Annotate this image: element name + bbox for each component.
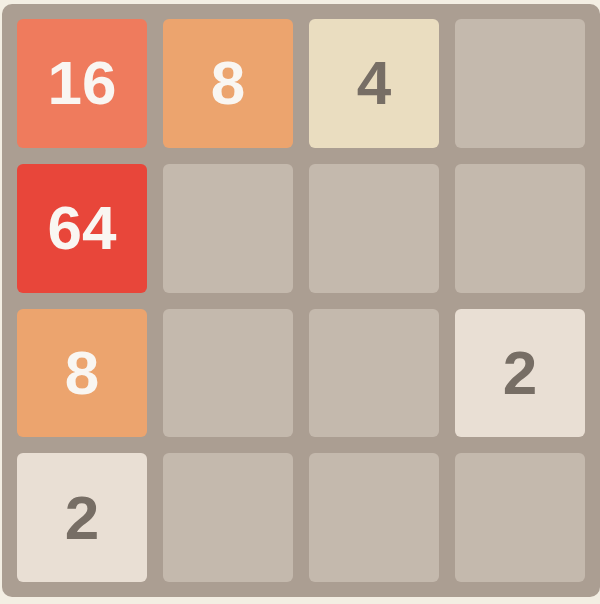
empty-cell-r2c4 xyxy=(455,164,585,293)
empty-cell-r4c2 xyxy=(163,453,293,582)
tile-2-r4c1: 2 xyxy=(17,453,147,582)
game-board-2048[interactable]: 168464822 xyxy=(2,4,600,597)
empty-cell-r2c2 xyxy=(163,164,293,293)
tile-4-r1c3: 4 xyxy=(309,19,439,148)
game-screen: 168464822 xyxy=(0,0,600,604)
empty-cell-r3c2 xyxy=(163,309,293,438)
empty-cell-r3c3 xyxy=(309,309,439,438)
empty-cell-r1c4 xyxy=(455,19,585,148)
empty-cell-r2c3 xyxy=(309,164,439,293)
tile-8-r3c1: 8 xyxy=(17,309,147,438)
empty-cell-r4c3 xyxy=(309,453,439,582)
tile-64-r2c1: 64 xyxy=(17,164,147,293)
tile-16-r1c1: 16 xyxy=(17,19,147,148)
tile-8-r1c2: 8 xyxy=(163,19,293,148)
empty-cell-r4c4 xyxy=(455,453,585,582)
tile-2-r3c4: 2 xyxy=(455,309,585,438)
